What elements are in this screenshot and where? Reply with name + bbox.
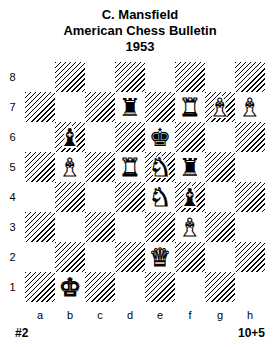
diagram-header: C. Mansfield American Chess Bulletin 195… <box>0 7 280 55</box>
source-name: American Chess Bulletin <box>0 23 280 39</box>
piece-black-bishop[interactable]: ♝ <box>55 122 85 152</box>
square-c8[interactable] <box>85 62 115 92</box>
square-h1[interactable] <box>235 272 265 302</box>
square-g8[interactable] <box>205 62 235 92</box>
rank-label-3: 3 <box>0 212 25 242</box>
piece-white-queen[interactable]: ♛ <box>145 242 175 272</box>
rank-label-2: 2 <box>0 242 25 272</box>
year: 1953 <box>0 39 280 55</box>
square-b8[interactable] <box>55 62 85 92</box>
square-h7[interactable]: ♝ <box>235 92 265 122</box>
piece-white-bishop[interactable]: ♝ <box>55 152 85 182</box>
square-d5[interactable]: ♜ <box>115 152 145 182</box>
chess-board: ♜♜♝♝♝♚♝♜♞♜♞♝♝♛♚ <box>25 62 265 302</box>
square-d8[interactable] <box>115 62 145 92</box>
square-g2[interactable] <box>205 242 235 272</box>
rank-label-8: 8 <box>0 62 25 92</box>
square-b6[interactable]: ♝ <box>55 122 85 152</box>
square-b7[interactable] <box>55 92 85 122</box>
square-f3[interactable]: ♝ <box>175 212 205 242</box>
material-count-label: 10+5 <box>238 326 265 340</box>
rank-labels: 87654321 <box>0 62 25 302</box>
square-a8[interactable] <box>25 62 55 92</box>
square-h5[interactable] <box>235 152 265 182</box>
square-e3[interactable] <box>145 212 175 242</box>
file-label-f: f <box>175 305 205 325</box>
file-label-a: a <box>25 305 55 325</box>
piece-white-rook[interactable]: ♜ <box>175 92 205 122</box>
square-f1[interactable] <box>175 272 205 302</box>
square-c5[interactable] <box>85 152 115 182</box>
square-a1[interactable] <box>25 272 55 302</box>
square-b4[interactable] <box>55 182 85 212</box>
square-h2[interactable] <box>235 242 265 272</box>
piece-white-bishop[interactable]: ♝ <box>235 92 265 122</box>
square-g1[interactable] <box>205 272 235 302</box>
square-c2[interactable] <box>85 242 115 272</box>
square-e5[interactable]: ♞ <box>145 152 175 182</box>
square-d6[interactable] <box>115 122 145 152</box>
square-b3[interactable] <box>55 212 85 242</box>
file-label-e: e <box>145 305 175 325</box>
square-h6[interactable] <box>235 122 265 152</box>
piece-white-bishop[interactable]: ♝ <box>205 92 235 122</box>
square-b1[interactable]: ♚ <box>55 272 85 302</box>
file-label-c: c <box>85 305 115 325</box>
square-b5[interactable]: ♝ <box>55 152 85 182</box>
file-labels: abcdefgh <box>25 305 265 325</box>
square-c4[interactable] <box>85 182 115 212</box>
square-c6[interactable] <box>85 122 115 152</box>
square-d2[interactable] <box>115 242 145 272</box>
rank-label-1: 1 <box>0 272 25 302</box>
file-label-g: g <box>205 305 235 325</box>
rank-label-7: 7 <box>0 92 25 122</box>
piece-black-king[interactable]: ♚ <box>145 122 175 152</box>
square-e6[interactable]: ♚ <box>145 122 175 152</box>
piece-black-bishop[interactable]: ♝ <box>175 182 205 212</box>
square-d3[interactable] <box>115 212 145 242</box>
square-d1[interactable] <box>115 272 145 302</box>
square-d4[interactable] <box>115 182 145 212</box>
chess-problem-diagram: C. Mansfield American Chess Bulletin 195… <box>0 0 280 347</box>
square-f5[interactable]: ♜ <box>175 152 205 182</box>
square-a4[interactable] <box>25 182 55 212</box>
file-label-d: d <box>115 305 145 325</box>
square-a3[interactable] <box>25 212 55 242</box>
square-a5[interactable] <box>25 152 55 182</box>
square-d7[interactable]: ♜ <box>115 92 145 122</box>
square-a2[interactable] <box>25 242 55 272</box>
square-a6[interactable] <box>25 122 55 152</box>
file-label-b: b <box>55 305 85 325</box>
piece-black-rook[interactable]: ♜ <box>115 92 145 122</box>
square-e7[interactable] <box>145 92 175 122</box>
square-h4[interactable] <box>235 182 265 212</box>
piece-white-king[interactable]: ♚ <box>55 272 85 302</box>
square-e4[interactable]: ♞ <box>145 182 175 212</box>
square-c1[interactable] <box>85 272 115 302</box>
rank-label-5: 5 <box>0 152 25 182</box>
square-f7[interactable]: ♜ <box>175 92 205 122</box>
square-g7[interactable]: ♝ <box>205 92 235 122</box>
rank-label-4: 4 <box>0 182 25 212</box>
square-f8[interactable] <box>175 62 205 92</box>
piece-white-knight[interactable]: ♞ <box>145 152 175 182</box>
square-b2[interactable] <box>55 242 85 272</box>
square-e2[interactable]: ♛ <box>145 242 175 272</box>
stipulation-label: #2 <box>15 326 28 340</box>
square-g3[interactable] <box>205 212 235 242</box>
piece-white-bishop[interactable]: ♝ <box>175 212 205 242</box>
square-f4[interactable]: ♝ <box>175 182 205 212</box>
square-f6[interactable] <box>175 122 205 152</box>
square-g6[interactable] <box>205 122 235 152</box>
square-g4[interactable] <box>205 182 235 212</box>
square-g5[interactable] <box>205 152 235 182</box>
square-e1[interactable] <box>145 272 175 302</box>
composer-name: C. Mansfield <box>0 7 280 23</box>
square-h3[interactable] <box>235 212 265 242</box>
file-label-h: h <box>235 305 265 325</box>
rank-label-6: 6 <box>0 122 25 152</box>
square-c7[interactable] <box>85 92 115 122</box>
square-e8[interactable] <box>145 62 175 92</box>
piece-white-knight[interactable]: ♞ <box>145 182 175 212</box>
square-f2[interactable] <box>175 242 205 272</box>
square-c3[interactable] <box>85 212 115 242</box>
piece-black-rook[interactable]: ♜ <box>175 152 205 182</box>
square-h8[interactable] <box>235 62 265 92</box>
piece-white-rook[interactable]: ♜ <box>115 152 145 182</box>
square-a7[interactable] <box>25 92 55 122</box>
